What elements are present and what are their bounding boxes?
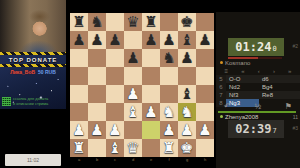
last-move-icon[interactable]: »: [288, 68, 291, 74]
bottom-clock-digits: 02:39: [235, 122, 271, 136]
black-pawn[interactable]: ♟: [124, 49, 142, 67]
donate-note-line2: в описании стрима: [13, 101, 48, 106]
square-a8[interactable]: ♜: [70, 13, 88, 31]
square-e5[interactable]: [142, 67, 160, 85]
square-g3[interactable]: ♞: [178, 103, 196, 121]
online-dot: [220, 115, 223, 118]
move-row: 5O-Od6: [216, 75, 300, 83]
first-move-icon[interactable]: «: [241, 68, 244, 74]
prev-move-icon[interactable]: ‹: [258, 68, 260, 74]
white-bishop[interactable]: ♝: [124, 103, 142, 121]
top-player-clock: 01:24 0: [228, 38, 284, 56]
black-queen[interactable]: ♛: [124, 13, 142, 31]
move-number: 7: [216, 91, 226, 99]
square-e6[interactable]: [142, 49, 160, 67]
move-number: 5: [216, 75, 226, 83]
square-f5[interactable]: [160, 67, 178, 85]
square-g5[interactable]: [178, 67, 196, 85]
square-b3[interactable]: [88, 103, 106, 121]
square-c7[interactable]: ♟: [106, 31, 124, 49]
square-c6[interactable]: [106, 49, 124, 67]
white-pawn[interactable]: ♟: [160, 121, 178, 139]
file-label-g: g: [178, 157, 196, 163]
file-label-a: a: [70, 157, 88, 163]
square-g6[interactable]: ♟: [178, 49, 196, 67]
resign-flag-icon[interactable]: ⚑: [285, 102, 292, 111]
donate-note: ссылка для доната в описании стрима: [0, 94, 66, 109]
black-bishop[interactable]: ♝: [178, 85, 196, 103]
black-pawn[interactable]: ♟: [196, 31, 214, 49]
move-row: 6Nd2Bg4: [216, 83, 300, 91]
square-g7[interactable]: ♝: [178, 31, 196, 49]
white-pawn[interactable]: ♟: [196, 121, 214, 139]
file-label-c: c: [106, 157, 124, 163]
black-king[interactable]: ♚: [178, 13, 196, 31]
square-d4[interactable]: ♟: [124, 85, 142, 103]
square-g2[interactable]: ♟: [178, 121, 196, 139]
square-h1[interactable]: [196, 139, 214, 157]
black-pawn[interactable]: ♟: [106, 31, 124, 49]
top-player-row: Kosmano: [220, 59, 298, 66]
move-cell[interactable]: Re8: [259, 91, 292, 99]
square-h4[interactable]: [196, 85, 214, 103]
square-a5[interactable]: [70, 67, 88, 85]
move-nav-bar: ≡«‹›»: [218, 67, 298, 74]
square-b1[interactable]: [88, 139, 106, 157]
square-d3[interactable]: ♝: [124, 103, 142, 121]
black-rook[interactable]: ♜: [70, 13, 88, 31]
square-h2[interactable]: ♟: [196, 121, 214, 139]
square-a6[interactable]: [70, 49, 88, 67]
chess-board: ♜♞♛♜♚♟♟♟♟♟♝♟♟♞♟♟♝♝♟♞♞♟♟♟♟♟♟♜♝♛♜♚: [70, 13, 214, 157]
square-f3[interactable]: ♞: [160, 103, 178, 121]
file-label-b: b: [88, 157, 106, 163]
streamer-webcam: [0, 0, 66, 52]
square-f6[interactable]: ♞: [160, 49, 178, 67]
white-rook[interactable]: ♜: [160, 139, 178, 157]
move-cell[interactable]: Nd2: [226, 83, 259, 91]
top-player-badge: #2: [292, 43, 298, 49]
square-h6[interactable]: [196, 49, 214, 67]
move-cell[interactable]: Bg4: [259, 83, 292, 91]
white-pawn[interactable]: ♟: [124, 85, 142, 103]
square-e7[interactable]: ♟: [142, 31, 160, 49]
square-d1[interactable]: ♛: [124, 139, 142, 157]
square-d8[interactable]: ♛: [124, 13, 142, 31]
move-number: 6: [216, 83, 226, 91]
square-h7[interactable]: ♟: [196, 31, 214, 49]
square-b2[interactable]: ♟: [88, 121, 106, 139]
square-b7[interactable]: ♟: [88, 31, 106, 49]
square-h8[interactable]: [196, 13, 214, 31]
file-label-f: f: [160, 157, 178, 163]
bottom-player-row: Zhenya2008 11: [220, 113, 298, 120]
white-rook[interactable]: ♜: [70, 139, 88, 157]
square-f1[interactable]: ♜: [160, 139, 178, 157]
white-knight[interactable]: ♞: [178, 103, 196, 121]
square-a7[interactable]: ♟: [70, 31, 88, 49]
square-b5[interactable]: [88, 67, 106, 85]
move-cell[interactable]: d6: [259, 75, 292, 83]
square-a4[interactable]: [70, 85, 88, 103]
white-queen[interactable]: ♛: [124, 139, 142, 157]
black-knight[interactable]: ♞: [88, 13, 106, 31]
black-rook[interactable]: ♜: [142, 13, 160, 31]
square-f7[interactable]: ♟: [160, 31, 178, 49]
white-king[interactable]: ♚: [178, 139, 196, 157]
game-actions: ↶ ½ ⚑: [224, 102, 292, 111]
takeback-icon[interactable]: ↶: [224, 102, 231, 111]
online-dot: [220, 61, 223, 64]
bottom-player-score: 11: [293, 114, 298, 120]
square-c8[interactable]: [106, 13, 124, 31]
square-c1[interactable]: ♝: [106, 139, 124, 157]
square-b6[interactable]: [88, 49, 106, 67]
black-pawn[interactable]: ♟: [88, 31, 106, 49]
square-b8[interactable]: ♞: [88, 13, 106, 31]
menu-icon[interactable]: ≡: [225, 68, 229, 74]
next-move-icon[interactable]: ›: [273, 68, 275, 74]
move-cell[interactable]: Nf3: [226, 91, 259, 99]
donor-amount: 50 RUB: [38, 69, 56, 75]
top-clock-tenths: 0: [272, 45, 276, 53]
white-pawn[interactable]: ♟: [142, 103, 160, 121]
top-player-name[interactable]: Kosmano: [225, 60, 250, 66]
square-a2[interactable]: ♟: [70, 121, 88, 139]
white-pawn[interactable]: ♟: [106, 121, 124, 139]
donate-panel: TOP DONATE Лика_ВоВ 50 RUB ссылка для до…: [0, 52, 66, 109]
square-g4[interactable]: ♝: [178, 85, 196, 103]
stream-clock-caption: 11:02: [5, 154, 61, 166]
move-row: 7Nf3Re8: [216, 91, 300, 99]
square-a1[interactable]: ♜: [70, 139, 88, 157]
black-bishop[interactable]: ♝: [178, 31, 196, 49]
square-e8[interactable]: ♜: [142, 13, 160, 31]
bottom-player-name[interactable]: Zhenya2008: [225, 114, 258, 120]
white-pawn[interactable]: ♟: [178, 121, 196, 139]
top-clock-digits: 01:24: [235, 40, 271, 54]
square-e2[interactable]: [142, 121, 160, 139]
stream-left-column: TOP DONATE Лика_ВоВ 50 RUB ссылка для до…: [0, 0, 66, 168]
black-pawn[interactable]: ♟: [160, 31, 178, 49]
fireplace-video: 11:02: [0, 109, 66, 168]
donor-name: Лика_ВоВ: [10, 69, 35, 75]
white-knight[interactable]: ♞: [160, 103, 178, 121]
square-h5[interactable]: [196, 67, 214, 85]
square-f8[interactable]: [160, 13, 178, 31]
bottom-player-badge: #3: [292, 125, 298, 131]
black-knight[interactable]: ♞: [160, 49, 178, 67]
game-panel: 01:24 0 #2 Kosmano ≡«‹›» 5O-Od66Nd2Bg47N…: [216, 12, 300, 168]
square-d2[interactable]: [124, 121, 142, 139]
square-a3[interactable]: [70, 103, 88, 121]
draw-offer-icon[interactable]: ½: [254, 102, 261, 111]
square-d7[interactable]: [124, 31, 142, 49]
black-pawn[interactable]: ♟: [142, 31, 160, 49]
square-e4[interactable]: [142, 85, 160, 103]
white-bishop[interactable]: ♝: [106, 139, 124, 157]
square-c3[interactable]: [106, 103, 124, 121]
bottom-player-clock: 02:39 7: [228, 120, 284, 138]
green-emblem-icon: [2, 97, 11, 106]
square-c5[interactable]: [106, 67, 124, 85]
white-pawn[interactable]: ♟: [88, 121, 106, 139]
file-label-h: h: [196, 157, 214, 163]
square-d5[interactable]: [124, 67, 142, 85]
square-c4[interactable]: [106, 85, 124, 103]
square-h3[interactable]: [196, 103, 214, 121]
top-donor-entry: Лика_ВоВ 50 RUB: [0, 67, 66, 76]
black-pawn[interactable]: ♟: [70, 31, 88, 49]
square-c2[interactable]: ♟: [106, 121, 124, 139]
white-pawn[interactable]: ♟: [70, 121, 88, 139]
square-e3[interactable]: ♟: [142, 103, 160, 121]
square-f4[interactable]: [160, 85, 178, 103]
top-donate-title: TOP DONATE: [0, 55, 66, 64]
square-d6[interactable]: ♟: [124, 49, 142, 67]
board-file-coordinates: abcdefgh: [70, 157, 214, 163]
square-f2[interactable]: ♟: [160, 121, 178, 139]
file-label-e: e: [142, 157, 160, 163]
square-g8[interactable]: ♚: [178, 13, 196, 31]
move-cell[interactable]: O-O: [226, 75, 259, 83]
square-g1[interactable]: ♚: [178, 139, 196, 157]
file-label-d: d: [124, 157, 142, 163]
square-b4[interactable]: [88, 85, 106, 103]
black-pawn[interactable]: ♟: [178, 49, 196, 67]
square-e1[interactable]: [142, 139, 160, 157]
bottom-clock-tenths: 7: [272, 127, 276, 135]
